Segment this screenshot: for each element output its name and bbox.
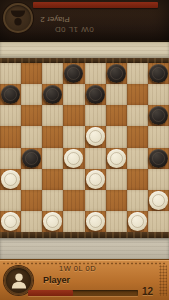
board-square[interactable]: [127, 126, 148, 147]
table-surface-top: [0, 40, 169, 58]
board-square[interactable]: [127, 84, 148, 105]
checker-piece-light[interactable]: [107, 149, 126, 168]
player-name: Player: [43, 275, 70, 285]
opponent-stats: 0W 1L 0D: [48, 24, 100, 34]
board-square[interactable]: [106, 169, 127, 190]
board-square[interactable]: [21, 148, 42, 169]
player-stats: 1W 0L 0D: [59, 264, 96, 273]
board-square[interactable]: [106, 148, 127, 169]
board-square[interactable]: [0, 148, 21, 169]
checker-piece-light[interactable]: [86, 170, 105, 189]
person-icon: [9, 271, 29, 291]
stitch-dots-right: [159, 265, 167, 296]
player-score: 12: [142, 286, 153, 297]
checker-piece-dark[interactable]: [22, 149, 41, 168]
board-square[interactable]: [63, 169, 84, 190]
board-square[interactable]: [42, 105, 63, 126]
board-square[interactable]: [0, 190, 21, 211]
checker-piece-dark[interactable]: [43, 85, 62, 104]
player-bar: 1W 0L 0D Player 12: [0, 259, 169, 300]
board-square[interactable]: [42, 148, 63, 169]
board-square[interactable]: [0, 84, 21, 105]
board-square[interactable]: [148, 126, 169, 147]
board-square[interactable]: [148, 63, 169, 84]
checker-piece-dark[interactable]: [149, 106, 168, 125]
board-square[interactable]: [21, 84, 42, 105]
board-square[interactable]: [63, 105, 84, 126]
board-square[interactable]: [85, 105, 106, 126]
board-square[interactable]: [63, 63, 84, 84]
opponent-bar: Player 2 0W 1L 0D: [0, 0, 169, 40]
board-square[interactable]: [21, 211, 42, 232]
checker-piece-dark[interactable]: [149, 64, 168, 83]
opponent-avatar: [3, 3, 33, 33]
checker-piece-light[interactable]: [1, 212, 20, 231]
board-square[interactable]: [42, 84, 63, 105]
board-square[interactable]: [148, 84, 169, 105]
opponent-turn-progress-bar: [33, 2, 158, 8]
checker-piece-light[interactable]: [86, 212, 105, 231]
board-square[interactable]: [42, 190, 63, 211]
board-square[interactable]: [42, 211, 63, 232]
checker-piece-light[interactable]: [1, 170, 20, 189]
board-square[interactable]: [148, 148, 169, 169]
board-square[interactable]: [63, 211, 84, 232]
board-square[interactable]: [42, 63, 63, 84]
board-square[interactable]: [63, 148, 84, 169]
board-square[interactable]: [127, 148, 148, 169]
checker-piece-light[interactable]: [43, 212, 62, 231]
board-square[interactable]: [85, 169, 106, 190]
checker-piece-light[interactable]: [64, 149, 83, 168]
board-square[interactable]: [63, 126, 84, 147]
board-square[interactable]: [127, 63, 148, 84]
board-square[interactable]: [85, 211, 106, 232]
checker-piece-light[interactable]: [128, 212, 147, 231]
board-square[interactable]: [21, 126, 42, 147]
checkers-board[interactable]: [0, 63, 169, 232]
checker-piece-dark[interactable]: [107, 64, 126, 83]
board-square[interactable]: [0, 211, 21, 232]
opponent-name: Player 2: [36, 14, 74, 24]
checker-piece-dark[interactable]: [64, 64, 83, 83]
board-square[interactable]: [127, 190, 148, 211]
board-square[interactable]: [127, 105, 148, 126]
board-square[interactable]: [106, 211, 127, 232]
board-square[interactable]: [148, 169, 169, 190]
checker-piece-dark[interactable]: [1, 85, 20, 104]
checkers-app: Player 2 0W 1L 0D 1W 0L 0D Player 12: [0, 0, 169, 300]
board-square[interactable]: [148, 211, 169, 232]
board-square[interactable]: [63, 84, 84, 105]
board-square[interactable]: [0, 63, 21, 84]
checker-piece-dark[interactable]: [86, 85, 105, 104]
board-square[interactable]: [106, 84, 127, 105]
board-square[interactable]: [0, 105, 21, 126]
board-square[interactable]: [106, 105, 127, 126]
person-icon: [8, 8, 28, 28]
board-square[interactable]: [85, 63, 106, 84]
board-square[interactable]: [127, 169, 148, 190]
table-surface-bottom: [0, 238, 169, 259]
board-square[interactable]: [0, 169, 21, 190]
player-turn-progress-fill: [28, 290, 73, 296]
board-square[interactable]: [0, 126, 21, 147]
player-turn-progress-track: [28, 290, 138, 296]
board-square[interactable]: [127, 211, 148, 232]
board-square[interactable]: [63, 190, 84, 211]
board-square[interactable]: [106, 190, 127, 211]
checker-piece-light[interactable]: [86, 127, 105, 146]
checker-piece-light[interactable]: [149, 191, 168, 210]
board-square[interactable]: [21, 105, 42, 126]
board-square[interactable]: [42, 126, 63, 147]
board-square[interactable]: [106, 126, 127, 147]
board-square[interactable]: [148, 190, 169, 211]
board-square[interactable]: [21, 169, 42, 190]
board-square[interactable]: [85, 148, 106, 169]
board-square[interactable]: [85, 84, 106, 105]
board-square[interactable]: [85, 190, 106, 211]
board-square[interactable]: [42, 169, 63, 190]
board-square[interactable]: [85, 126, 106, 147]
board-square[interactable]: [148, 105, 169, 126]
board-square[interactable]: [21, 63, 42, 84]
board-square[interactable]: [106, 63, 127, 84]
checker-piece-dark[interactable]: [149, 149, 168, 168]
board-square[interactable]: [21, 190, 42, 211]
